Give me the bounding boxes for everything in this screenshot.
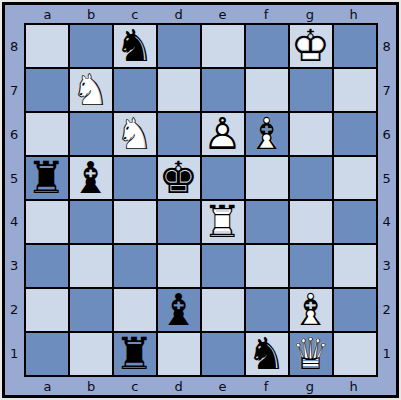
square-f5[interactable] (246, 157, 288, 199)
square-c5[interactable] (114, 157, 156, 199)
file-label-d: d (157, 379, 201, 394)
file-label-d: d (157, 7, 201, 22)
white-king: ♔ (290, 25, 332, 67)
black-king: ♚ (158, 157, 200, 199)
file-label-g: g (288, 379, 332, 394)
white-king-fill: ♚ (290, 25, 332, 67)
black-knight: ♞ (114, 25, 156, 67)
square-a3[interactable] (26, 245, 68, 287)
file-label-b: b (69, 379, 113, 394)
square-e6[interactable]: ♟♙ (202, 113, 244, 155)
white-knight: ♘ (70, 69, 112, 111)
square-f3[interactable] (246, 245, 288, 287)
square-e1[interactable] (202, 333, 244, 375)
square-a1[interactable] (26, 333, 68, 375)
square-b5[interactable]: ♝ (70, 157, 112, 199)
square-f1[interactable]: ♞ (246, 333, 288, 375)
square-f2[interactable] (246, 289, 288, 331)
board-frame: abcdefgh 87654321 ♞♚♔♞♘♞♘♟♙♝♗♜♝♚♜♖♝♝♗♜♞♛… (2, 2, 399, 398)
rank-label-8: 8 (10, 25, 18, 69)
rank-label-5: 5 (383, 156, 391, 200)
file-label-h: h (332, 379, 376, 394)
square-f7[interactable] (246, 69, 288, 111)
square-e7[interactable] (202, 69, 244, 111)
file-label-c: c (113, 7, 157, 22)
rank-label-7: 7 (10, 69, 18, 113)
square-d5[interactable]: ♚ (158, 157, 200, 199)
square-a5[interactable]: ♜ (26, 157, 68, 199)
rank-label-5: 5 (10, 156, 18, 200)
white-pawn-fill: ♟ (202, 113, 244, 155)
square-e5[interactable] (202, 157, 244, 199)
file-label-f: f (244, 379, 288, 394)
white-knight-fill: ♞ (114, 113, 156, 155)
square-h6[interactable] (334, 113, 376, 155)
square-b1[interactable] (70, 333, 112, 375)
black-knight: ♞ (246, 333, 288, 375)
square-c6[interactable]: ♞♘ (114, 113, 156, 155)
square-f4[interactable] (246, 201, 288, 243)
file-label-e: e (201, 379, 245, 394)
file-labels-top: abcdefgh (26, 7, 376, 22)
square-h8[interactable] (334, 25, 376, 67)
square-h4[interactable] (334, 201, 376, 243)
square-e2[interactable] (202, 289, 244, 331)
square-d7[interactable] (158, 69, 200, 111)
square-h2[interactable] (334, 289, 376, 331)
white-rook: ♖ (202, 201, 244, 243)
white-knight-fill: ♞ (70, 69, 112, 111)
square-a4[interactable] (26, 201, 68, 243)
square-b7[interactable]: ♞♘ (70, 69, 112, 111)
square-d1[interactable] (158, 333, 200, 375)
white-queen-fill: ♛ (290, 333, 332, 375)
file-label-c: c (113, 379, 157, 394)
rank-labels-right: 87654321 (383, 25, 391, 375)
file-label-a: a (26, 379, 70, 394)
square-g4[interactable] (290, 201, 332, 243)
square-d8[interactable] (158, 25, 200, 67)
rank-label-8: 8 (383, 25, 391, 69)
white-rook-fill: ♜ (202, 201, 244, 243)
rank-label-6: 6 (383, 113, 391, 157)
square-f8[interactable] (246, 25, 288, 67)
white-bishop-fill: ♝ (246, 113, 288, 155)
square-b4[interactable] (70, 201, 112, 243)
square-h1[interactable] (334, 333, 376, 375)
rank-label-6: 6 (10, 113, 18, 157)
white-bishop-fill: ♝ (290, 289, 332, 331)
file-labels-bottom: abcdefgh (26, 379, 376, 394)
square-g6[interactable] (290, 113, 332, 155)
square-g5[interactable] (290, 157, 332, 199)
square-b8[interactable] (70, 25, 112, 67)
square-c3[interactable] (114, 245, 156, 287)
square-b3[interactable] (70, 245, 112, 287)
square-d2[interactable]: ♝ (158, 289, 200, 331)
file-label-a: a (26, 7, 70, 22)
white-pawn: ♙ (202, 113, 244, 155)
chess-board: ♞♚♔♞♘♞♘♟♙♝♗♜♝♚♜♖♝♝♗♜♞♛♕ (24, 23, 378, 377)
rank-label-1: 1 (10, 331, 18, 375)
square-g2[interactable]: ♝♗ (290, 289, 332, 331)
rank-label-4: 4 (383, 200, 391, 244)
chess-diagram: abcdefgh 87654321 ♞♚♔♞♘♞♘♟♙♝♗♜♝♚♜♖♝♝♗♜♞♛… (0, 0, 401, 400)
black-bishop: ♝ (70, 157, 112, 199)
square-c2[interactable] (114, 289, 156, 331)
white-bishop: ♗ (290, 289, 332, 331)
square-b2[interactable] (70, 289, 112, 331)
square-e3[interactable] (202, 245, 244, 287)
square-a8[interactable] (26, 25, 68, 67)
file-label-g: g (288, 7, 332, 22)
black-rook: ♜ (26, 157, 68, 199)
file-label-e: e (201, 7, 245, 22)
square-a7[interactable] (26, 69, 68, 111)
square-g1[interactable]: ♛♕ (290, 333, 332, 375)
square-e4[interactable]: ♜♖ (202, 201, 244, 243)
rank-label-2: 2 (10, 288, 18, 332)
square-g7[interactable] (290, 69, 332, 111)
square-f6[interactable]: ♝♗ (246, 113, 288, 155)
square-g8[interactable]: ♚♔ (290, 25, 332, 67)
rank-label-1: 1 (383, 331, 391, 375)
file-label-f: f (244, 7, 288, 22)
square-h7[interactable] (334, 69, 376, 111)
rank-labels-left: 87654321 (10, 25, 18, 375)
square-c7[interactable] (114, 69, 156, 111)
square-c8[interactable]: ♞ (114, 25, 156, 67)
square-b6[interactable] (70, 113, 112, 155)
black-rook: ♜ (114, 333, 156, 375)
square-d4[interactable] (158, 201, 200, 243)
rank-label-3: 3 (10, 244, 18, 288)
rank-label-2: 2 (383, 288, 391, 332)
square-d6[interactable] (158, 113, 200, 155)
rank-label-4: 4 (10, 200, 18, 244)
white-bishop: ♗ (246, 113, 288, 155)
rank-label-3: 3 (383, 244, 391, 288)
square-a6[interactable] (26, 113, 68, 155)
black-bishop: ♝ (158, 289, 200, 331)
square-a2[interactable] (26, 289, 68, 331)
rank-label-7: 7 (383, 69, 391, 113)
square-g3[interactable] (290, 245, 332, 287)
file-label-h: h (332, 7, 376, 22)
square-e8[interactable] (202, 25, 244, 67)
square-d3[interactable] (158, 245, 200, 287)
square-h5[interactable] (334, 157, 376, 199)
white-knight: ♘ (114, 113, 156, 155)
square-c1[interactable]: ♜ (114, 333, 156, 375)
white-queen: ♕ (290, 333, 332, 375)
file-label-b: b (69, 7, 113, 22)
square-c4[interactable] (114, 201, 156, 243)
square-h3[interactable] (334, 245, 376, 287)
